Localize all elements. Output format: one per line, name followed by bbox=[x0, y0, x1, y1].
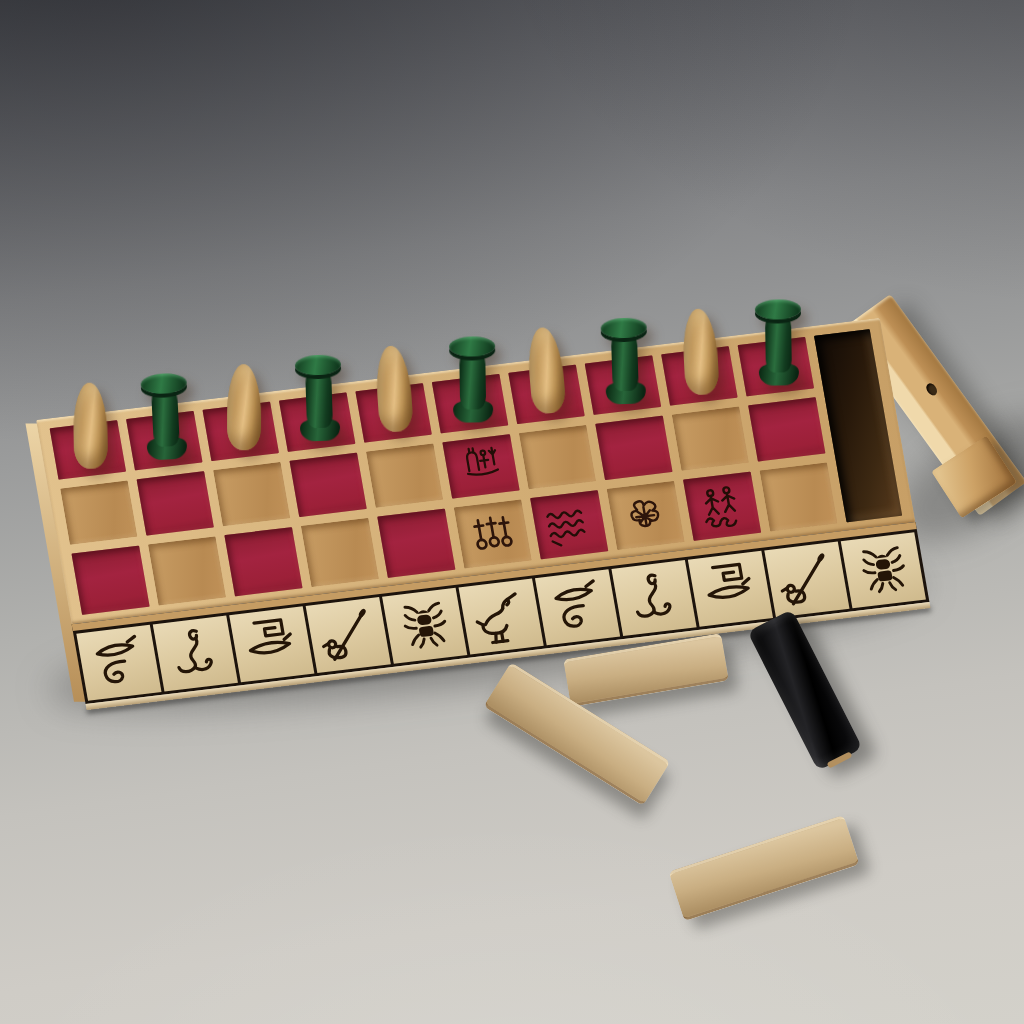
front-panel-8-serpent bbox=[611, 560, 696, 636]
cell-r1c8[interactable] bbox=[585, 355, 661, 414]
cell-r1c9[interactable] bbox=[661, 346, 737, 405]
lens-curl-glyph-icon bbox=[542, 575, 614, 640]
cell-r1c4[interactable] bbox=[279, 393, 355, 452]
front-panel-3-coil-leaf bbox=[229, 606, 314, 682]
piece-green-spool-c6[interactable] bbox=[449, 336, 496, 423]
ibis-glyph-icon bbox=[465, 584, 537, 649]
front-panel-6-ibis bbox=[459, 579, 544, 655]
lid-finger-hole-icon bbox=[925, 381, 940, 397]
cell-r3c6[interactable] bbox=[454, 499, 532, 568]
glyph-water-lines bbox=[540, 498, 598, 552]
cell-r3c7[interactable] bbox=[530, 490, 608, 559]
front-panel-5-scarab bbox=[382, 588, 467, 664]
cell-r1c2[interactable] bbox=[126, 411, 202, 470]
cell-r2c3[interactable] bbox=[213, 462, 290, 526]
cell-r1c6[interactable] bbox=[432, 374, 508, 433]
cell-r2c2[interactable] bbox=[137, 471, 214, 535]
cell-r1c5[interactable] bbox=[355, 383, 431, 442]
duck-spear-glyph-icon bbox=[312, 602, 384, 667]
front-panel-9-coil-leaf bbox=[688, 551, 773, 627]
serpent-glyph-icon bbox=[618, 565, 690, 630]
serpent-glyph-icon bbox=[159, 621, 231, 686]
piece-green-spool-c10[interactable] bbox=[755, 299, 802, 386]
coil-leaf-glyph-icon bbox=[695, 556, 767, 621]
cell-r3c2[interactable] bbox=[148, 536, 226, 605]
cell-r3c4[interactable] bbox=[301, 518, 379, 587]
cell-r2c7[interactable] bbox=[519, 425, 596, 489]
cell-r2c8[interactable] bbox=[595, 416, 672, 480]
duck-spear-glyph-icon bbox=[771, 547, 843, 612]
cell-r3c8[interactable] bbox=[607, 481, 685, 550]
cell-r2c1[interactable] bbox=[60, 480, 137, 544]
scarab-glyph-icon bbox=[847, 538, 919, 603]
cell-r2c9[interactable] bbox=[672, 406, 749, 470]
piece-green-spool-c8[interactable] bbox=[600, 317, 649, 404]
front-panel-1-lens-curl bbox=[76, 625, 161, 701]
scarab-glyph-icon bbox=[389, 593, 461, 658]
front-panel-11-scarab bbox=[841, 532, 926, 608]
cell-r1c10[interactable] bbox=[738, 337, 814, 396]
lens-curl-glyph-icon bbox=[83, 630, 155, 695]
piece-green-spool-c2[interactable] bbox=[140, 372, 190, 460]
glyph-two-figures bbox=[693, 479, 751, 533]
senet-photo-scene bbox=[0, 0, 1024, 1024]
cell-r2c5[interactable] bbox=[366, 443, 443, 507]
glyph-three-nefer bbox=[464, 507, 522, 561]
glyph-net-tangle bbox=[617, 489, 675, 543]
cell-r3c9[interactable] bbox=[683, 472, 761, 541]
glyph-rebirth-sign bbox=[452, 441, 510, 491]
front-panel-7-lens-curl bbox=[535, 569, 620, 645]
cell-r2c6[interactable] bbox=[442, 434, 519, 498]
cell-r1c3[interactable] bbox=[203, 402, 279, 461]
cell-r3c5[interactable] bbox=[377, 509, 455, 578]
front-panel-4-duck-spear bbox=[306, 597, 391, 673]
cell-r3c10[interactable] bbox=[759, 462, 837, 531]
coil-leaf-glyph-icon bbox=[236, 612, 308, 677]
cell-r2c10[interactable] bbox=[748, 397, 825, 461]
front-panel-2-serpent bbox=[153, 616, 238, 692]
cell-r3c1[interactable] bbox=[71, 546, 149, 615]
cell-r1c1[interactable] bbox=[50, 420, 126, 479]
front-panel-10-duck-spear bbox=[764, 542, 849, 618]
cell-r3c3[interactable] bbox=[224, 527, 302, 596]
piece-green-spool-c4[interactable] bbox=[295, 354, 344, 441]
cell-r2c4[interactable] bbox=[289, 453, 366, 517]
cell-r1c7[interactable] bbox=[508, 365, 584, 424]
